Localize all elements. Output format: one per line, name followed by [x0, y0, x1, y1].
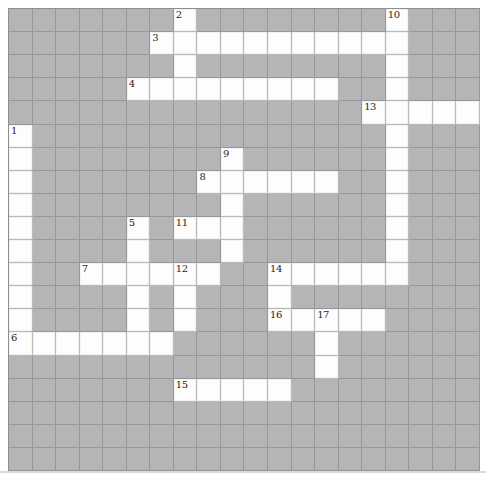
grid-cell-open[interactable]: [386, 263, 410, 286]
grid-cell-open[interactable]: 6: [9, 332, 33, 355]
grid-cell-open[interactable]: [292, 32, 316, 55]
grid-cell-blocked: [174, 171, 198, 194]
grid-cell-open[interactable]: [174, 286, 198, 309]
grid-cell-blocked: [150, 125, 174, 148]
grid-cell-blocked: [103, 217, 127, 240]
grid-cell-open[interactable]: [56, 332, 80, 355]
grid-cell-blocked: [268, 125, 292, 148]
grid-cell-blocked: [197, 101, 221, 124]
grid-cell-blocked: [103, 9, 127, 32]
grid-cell-blocked: [56, 309, 80, 332]
grid-cell-open[interactable]: [9, 194, 33, 217]
grid-cell-blocked: [80, 78, 104, 101]
grid-cell-blocked: [80, 194, 104, 217]
grid-cell-blocked: [9, 55, 33, 78]
grid-cell-blocked: [174, 101, 198, 124]
grid-cell-blocked: [197, 9, 221, 32]
grid-cell-open[interactable]: [9, 148, 33, 171]
grid-cell-blocked: [150, 425, 174, 448]
grid-cell-open[interactable]: [244, 379, 268, 402]
grid-cell-open[interactable]: [150, 78, 174, 101]
grid-cell-open[interactable]: [221, 240, 245, 263]
grid-cell-blocked: [150, 356, 174, 379]
grid-cell-blocked: [409, 125, 433, 148]
grid-cell-open[interactable]: [386, 55, 410, 78]
grid-cell-blocked: [244, 356, 268, 379]
grid-cell-blocked: [433, 263, 457, 286]
grid-cell-blocked: [433, 309, 457, 332]
grid-cell-open[interactable]: [127, 309, 151, 332]
grid-cell-blocked: [292, 194, 316, 217]
grid-cell-blocked: [33, 309, 57, 332]
grid-cell-open[interactable]: [197, 217, 221, 240]
grid-cell-blocked: [433, 148, 457, 171]
grid-cell-blocked: [292, 448, 316, 471]
grid-cell-open[interactable]: [80, 332, 104, 355]
grid-cell-blocked: [456, 263, 480, 286]
grid-cell-open[interactable]: [221, 217, 245, 240]
grid-cell-blocked: [56, 425, 80, 448]
grid-cell-blocked: [197, 148, 221, 171]
grid-cell-open[interactable]: [174, 32, 198, 55]
grid-cell-open[interactable]: [315, 263, 339, 286]
grid-cell-open[interactable]: [127, 332, 151, 355]
grid-cell-blocked: [127, 125, 151, 148]
grid-cell-blocked: [456, 309, 480, 332]
grid-cell-blocked: [33, 425, 57, 448]
grid-cell-blocked: [315, 148, 339, 171]
grid-cell-blocked: [339, 101, 363, 124]
grid-cell-blocked: [197, 240, 221, 263]
grid-cell-blocked: [244, 55, 268, 78]
grid-cell-open[interactable]: [9, 263, 33, 286]
grid-cell-blocked: [386, 309, 410, 332]
grid-cell-blocked: [433, 32, 457, 55]
grid-cell-blocked: [103, 55, 127, 78]
grid-cell-blocked: [221, 9, 245, 32]
grid-cell-blocked: [127, 148, 151, 171]
grid-cell-blocked: [244, 448, 268, 471]
grid-cell-open[interactable]: [386, 32, 410, 55]
grid-cell-open[interactable]: [339, 309, 363, 332]
grid-cell-blocked: [56, 32, 80, 55]
grid-cell-blocked: [386, 402, 410, 425]
grid-cell-open[interactable]: [315, 171, 339, 194]
grid-cell-blocked: [80, 402, 104, 425]
clue-number-12: 12: [176, 263, 188, 275]
grid-cell-open[interactable]: 7: [80, 263, 104, 286]
grid-cell-blocked: [456, 9, 480, 32]
grid-cell-blocked: [33, 55, 57, 78]
grid-cell-blocked: [56, 286, 80, 309]
grid-cell-blocked: [80, 448, 104, 471]
grid-cell-open[interactable]: [9, 286, 33, 309]
grid-cell-blocked: [33, 171, 57, 194]
grid-cell-blocked: [362, 379, 386, 402]
grid-cell-blocked: [244, 332, 268, 355]
grid-cell-blocked: [150, 171, 174, 194]
grid-cell-blocked: [80, 356, 104, 379]
grid-cell-blocked: [221, 125, 245, 148]
grid-cell-open[interactable]: [103, 263, 127, 286]
grid-cell-open[interactable]: 16: [268, 309, 292, 332]
grid-cell-blocked: [56, 148, 80, 171]
grid-cell-blocked: [150, 240, 174, 263]
grid-cell-blocked: [33, 402, 57, 425]
grid-cell-blocked: [433, 332, 457, 355]
grid-cell-open[interactable]: [221, 78, 245, 101]
grid-cell-blocked: [244, 194, 268, 217]
grid-cell-open[interactable]: [315, 78, 339, 101]
grid-cell-blocked: [127, 448, 151, 471]
grid-cell-open[interactable]: [315, 332, 339, 355]
grid-cell-blocked: [292, 402, 316, 425]
grid-cell-blocked: [409, 356, 433, 379]
grid-cell-blocked: [33, 263, 57, 286]
grid-cell-blocked: [315, 402, 339, 425]
grid-cell-blocked: [150, 217, 174, 240]
grid-cell-open[interactable]: [9, 240, 33, 263]
grid-cell-blocked: [339, 425, 363, 448]
grid-cell-open[interactable]: [268, 286, 292, 309]
grid-cell-open[interactable]: 14: [268, 263, 292, 286]
grid-cell-blocked: [268, 148, 292, 171]
grid-cell-blocked: [56, 402, 80, 425]
grid-cell-blocked: [433, 217, 457, 240]
grid-cell-blocked: [244, 125, 268, 148]
grid-cell-blocked: [197, 125, 221, 148]
grid-cell-blocked: [103, 194, 127, 217]
grid-cell-open[interactable]: [221, 32, 245, 55]
grid-cell-blocked: [292, 9, 316, 32]
grid-cell-blocked: [292, 356, 316, 379]
grid-cell-blocked: [386, 448, 410, 471]
grid-cell-blocked: [244, 217, 268, 240]
grid-cell-blocked: [362, 78, 386, 101]
grid-cell-blocked: [315, 194, 339, 217]
grid-cell-open[interactable]: [150, 332, 174, 355]
grid-cell-blocked: [103, 101, 127, 124]
grid-cell-blocked: [456, 286, 480, 309]
grid-cell-blocked: [433, 425, 457, 448]
clue-number-1: 1: [11, 125, 17, 137]
grid-cell-open[interactable]: [386, 217, 410, 240]
grid-cell-blocked: [339, 171, 363, 194]
grid-cell-open[interactable]: [386, 125, 410, 148]
grid-cell-blocked: [456, 55, 480, 78]
grid-cell-blocked: [456, 240, 480, 263]
grid-cell-blocked: [292, 332, 316, 355]
grid-cell-blocked: [56, 263, 80, 286]
grid-cell-blocked: [409, 448, 433, 471]
grid-cell-blocked: [9, 78, 33, 101]
grid-cell-blocked: [268, 356, 292, 379]
grid-cell-blocked: [292, 286, 316, 309]
grid-cell-open[interactable]: [433, 101, 457, 124]
grid-cell-blocked: [197, 448, 221, 471]
grid-cell-blocked: [103, 286, 127, 309]
grid-cell-blocked: [56, 356, 80, 379]
grid-cell-blocked: [409, 332, 433, 355]
grid-cell-open[interactable]: [386, 171, 410, 194]
grid-cell-open[interactable]: [386, 101, 410, 124]
grid-cell-blocked: [80, 101, 104, 124]
grid-cell-blocked: [362, 55, 386, 78]
grid-cell-blocked: [33, 379, 57, 402]
grid-cell-blocked: [362, 217, 386, 240]
grid-cell-open[interactable]: [174, 78, 198, 101]
grid-cell-open[interactable]: [127, 240, 151, 263]
grid-cell-blocked: [292, 125, 316, 148]
grid-cell-open[interactable]: 4: [127, 78, 151, 101]
grid-cell-open[interactable]: 2: [174, 9, 198, 32]
grid-cell-open[interactable]: [197, 78, 221, 101]
grid-cell-open[interactable]: [292, 78, 316, 101]
grid-cell-blocked: [456, 425, 480, 448]
grid-cell-blocked: [268, 101, 292, 124]
grid-cell-open[interactable]: [221, 194, 245, 217]
grid-cell-blocked: [292, 101, 316, 124]
clue-number-6: 6: [11, 332, 17, 344]
grid-cell-blocked: [103, 379, 127, 402]
grid-cell-blocked: [386, 425, 410, 448]
grid-cell-open[interactable]: [386, 194, 410, 217]
grid-cell-open[interactable]: [386, 240, 410, 263]
grid-cell-blocked: [433, 240, 457, 263]
grid-cell-blocked: [56, 55, 80, 78]
grid-cell-blocked: [409, 309, 433, 332]
clue-number-14: 14: [270, 263, 282, 275]
clue-number-10: 10: [388, 9, 400, 21]
grid-cell-open[interactable]: [221, 379, 245, 402]
clue-number-2: 2: [176, 9, 182, 21]
grid-cell-open[interactable]: [386, 148, 410, 171]
grid-cell-open[interactable]: [174, 55, 198, 78]
clue-number-4: 4: [129, 78, 135, 90]
grid-cell-blocked: [33, 148, 57, 171]
grid-cell-open[interactable]: [33, 332, 57, 355]
grid-cell-blocked: [409, 194, 433, 217]
grid-cell-blocked: [33, 240, 57, 263]
grid-cell-blocked: [33, 356, 57, 379]
grid-cell-open[interactable]: [9, 217, 33, 240]
grid-cell-blocked: [56, 240, 80, 263]
grid-cell-blocked: [433, 402, 457, 425]
grid-cell-blocked: [127, 171, 151, 194]
grid-cell-open[interactable]: 1: [9, 125, 33, 148]
grid-cell-blocked: [456, 379, 480, 402]
grid-cell-open[interactable]: 9: [221, 148, 245, 171]
grid-cell-blocked: [433, 286, 457, 309]
grid-cell-open[interactable]: [9, 171, 33, 194]
grid-cell-open[interactable]: 11: [174, 217, 198, 240]
grid-cell-blocked: [292, 148, 316, 171]
grid-cell-open[interactable]: 15: [174, 379, 198, 402]
grid-cell-blocked: [409, 55, 433, 78]
grid-cell-open[interactable]: [9, 309, 33, 332]
grid-cell-open[interactable]: 17: [315, 309, 339, 332]
grid-cell-open[interactable]: [103, 332, 127, 355]
grid-cell-blocked: [174, 402, 198, 425]
grid-cell-blocked: [433, 78, 457, 101]
clue-number-17: 17: [317, 309, 329, 321]
grid-cell-blocked: [9, 101, 33, 124]
grid-cell-blocked: [409, 286, 433, 309]
grid-cell-open[interactable]: [221, 171, 245, 194]
grid-cell-blocked: [456, 78, 480, 101]
grid-cell-blocked: [456, 148, 480, 171]
grid-cell-open[interactable]: [315, 32, 339, 55]
grid-cell-blocked: [456, 125, 480, 148]
grid-cell-blocked: [221, 286, 245, 309]
grid-cell-open[interactable]: [268, 379, 292, 402]
grid-cell-open[interactable]: [127, 286, 151, 309]
grid-cell-blocked: [339, 125, 363, 148]
grid-cell-open[interactable]: [456, 101, 480, 124]
grid-cell-open[interactable]: [150, 263, 174, 286]
grid-cell-open[interactable]: [244, 78, 268, 101]
grid-cell-blocked: [33, 217, 57, 240]
grid-cell-blocked: [221, 356, 245, 379]
grid-cell-blocked: [197, 332, 221, 355]
grid-cell-blocked: [9, 9, 33, 32]
grid-cell-blocked: [268, 9, 292, 32]
grid-cell-blocked: [244, 309, 268, 332]
grid-cell-blocked: [409, 240, 433, 263]
grid-cell-open[interactable]: [197, 379, 221, 402]
grid-cell-open[interactable]: [315, 356, 339, 379]
grid-cell-open[interactable]: [362, 263, 386, 286]
grid-cell-blocked: [339, 78, 363, 101]
grid-cell-blocked: [150, 402, 174, 425]
grid-cell-blocked: [197, 356, 221, 379]
grid-cell-blocked: [80, 32, 104, 55]
grid-cell-blocked: [197, 402, 221, 425]
grid-cell-open[interactable]: [386, 78, 410, 101]
grid-cell-blocked: [339, 356, 363, 379]
grid-cell-blocked: [339, 9, 363, 32]
grid-cell-blocked: [315, 217, 339, 240]
grid-cell-open[interactable]: [362, 32, 386, 55]
clue-number-15: 15: [176, 379, 188, 391]
grid-cell-blocked: [409, 148, 433, 171]
grid-cell-blocked: [127, 356, 151, 379]
grid-cell-blocked: [362, 194, 386, 217]
grid-cell-open[interactable]: [339, 32, 363, 55]
grid-cell-blocked: [409, 217, 433, 240]
grid-cell-blocked: [33, 448, 57, 471]
grid-cell-blocked: [315, 240, 339, 263]
grid-cell-blocked: [339, 286, 363, 309]
grid-cell-blocked: [456, 332, 480, 355]
grid-cell-blocked: [103, 148, 127, 171]
grid-cell-blocked: [386, 356, 410, 379]
grid-cell-open[interactable]: 10: [386, 9, 410, 32]
grid-cell-blocked: [150, 448, 174, 471]
grid-cell-blocked: [244, 101, 268, 124]
grid-cell-open[interactable]: [362, 309, 386, 332]
grid-cell-open[interactable]: [409, 101, 433, 124]
grid-cell-blocked: [9, 379, 33, 402]
grid-cell-blocked: [244, 148, 268, 171]
grid-cell-open[interactable]: 3: [150, 32, 174, 55]
grid-cell-open[interactable]: 13: [362, 101, 386, 124]
clue-number-8: 8: [199, 171, 205, 183]
grid-cell-blocked: [33, 78, 57, 101]
grid-cell-blocked: [103, 32, 127, 55]
grid-cell-blocked: [103, 448, 127, 471]
grid-cell-blocked: [362, 286, 386, 309]
grid-cell-open[interactable]: [197, 32, 221, 55]
grid-cell-blocked: [268, 448, 292, 471]
grid-cell-blocked: [409, 379, 433, 402]
grid-cell-open[interactable]: [292, 171, 316, 194]
grid-cell-blocked: [362, 402, 386, 425]
grid-cell-open[interactable]: 5: [127, 217, 151, 240]
grid-cell-blocked: [80, 125, 104, 148]
grid-cell-blocked: [103, 425, 127, 448]
grid-cell-open[interactable]: [268, 32, 292, 55]
grid-cell-blocked: [56, 9, 80, 32]
grid-cell-open[interactable]: [292, 263, 316, 286]
grid-cell-open[interactable]: [244, 171, 268, 194]
grid-cell-blocked: [244, 240, 268, 263]
grid-cell-open[interactable]: [244, 32, 268, 55]
grid-cell-open[interactable]: [268, 78, 292, 101]
grid-cell-blocked: [386, 379, 410, 402]
grid-cell-blocked: [80, 171, 104, 194]
grid-cell-open[interactable]: [127, 263, 151, 286]
grid-cell-open[interactable]: [268, 171, 292, 194]
grid-cell-blocked: [362, 332, 386, 355]
grid-cell-blocked: [292, 425, 316, 448]
grid-cell-blocked: [409, 263, 433, 286]
grid-cell-blocked: [127, 9, 151, 32]
grid-cell-open[interactable]: 8: [197, 171, 221, 194]
grid-cell-blocked: [456, 402, 480, 425]
grid-cell-blocked: [56, 448, 80, 471]
grid-cell-blocked: [221, 263, 245, 286]
grid-cell-blocked: [174, 425, 198, 448]
grid-cell-open[interactable]: [174, 309, 198, 332]
grid-cell-blocked: [9, 32, 33, 55]
grid-cell-blocked: [103, 402, 127, 425]
grid-cell-blocked: [339, 379, 363, 402]
clue-number-16: 16: [270, 309, 282, 321]
grid-cell-blocked: [292, 55, 316, 78]
grid-cell-blocked: [33, 125, 57, 148]
grid-cell-blocked: [197, 425, 221, 448]
grid-cell-blocked: [33, 32, 57, 55]
grid-cell-blocked: [268, 332, 292, 355]
grid-cell-blocked: [80, 425, 104, 448]
grid-cell-blocked: [103, 125, 127, 148]
grid-cell-blocked: [221, 425, 245, 448]
grid-cell-open[interactable]: [292, 309, 316, 332]
grid-cell-blocked: [244, 402, 268, 425]
grid-cell-blocked: [80, 217, 104, 240]
grid-cell-blocked: [56, 101, 80, 124]
grid-cell-blocked: [56, 78, 80, 101]
grid-cell-blocked: [127, 194, 151, 217]
grid-cell-blocked: [80, 309, 104, 332]
grid-cell-open[interactable]: 12: [174, 263, 198, 286]
crossword-page: { "game": "crossword", "board": { "rows"…: [0, 0, 486, 480]
grid-cell-open[interactable]: [197, 263, 221, 286]
grid-cell-blocked: [221, 55, 245, 78]
grid-cell-open[interactable]: [339, 263, 363, 286]
grid-cell-blocked: [221, 101, 245, 124]
